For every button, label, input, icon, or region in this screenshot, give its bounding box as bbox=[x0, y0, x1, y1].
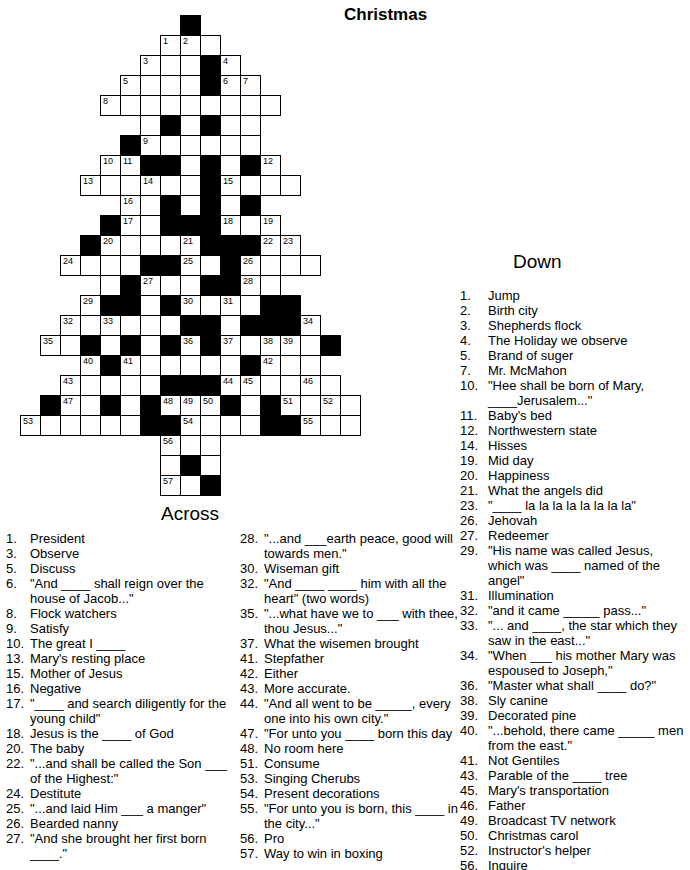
grid-cell[interactable] bbox=[200, 255, 221, 276]
grid-cell[interactable] bbox=[320, 375, 341, 396]
clue-item: 28."...and ___earth peace, good will tow… bbox=[240, 531, 458, 561]
grid-cell[interactable] bbox=[200, 135, 221, 156]
grid-cell[interactable]: 19 bbox=[260, 215, 281, 236]
clue-number: 57. bbox=[240, 846, 264, 861]
clue-number: 26. bbox=[6, 816, 30, 831]
grid-cell-black bbox=[200, 375, 221, 396]
clue-item: 5.Discuss bbox=[6, 561, 236, 576]
grid-cell[interactable] bbox=[180, 175, 201, 196]
clue-item: 3.Observe bbox=[6, 546, 236, 561]
grid-cell[interactable]: 17 bbox=[120, 215, 141, 236]
clue-number: 37. bbox=[240, 636, 264, 651]
grid-cell[interactable] bbox=[160, 235, 181, 256]
clue-item: 50.Christmas carol bbox=[460, 828, 686, 843]
clue-text: Way to win in boxing bbox=[264, 846, 458, 861]
grid-cell[interactable]: 31 bbox=[220, 295, 241, 316]
clue-number: 16. bbox=[6, 681, 30, 696]
clue-number: 3. bbox=[6, 546, 30, 561]
grid-cell[interactable]: 23 bbox=[280, 235, 301, 256]
clue-number: 10. bbox=[460, 378, 488, 408]
grid-cell[interactable] bbox=[140, 115, 161, 136]
clue-item: 3.Shepherds flock bbox=[460, 318, 686, 333]
grid-cell[interactable] bbox=[260, 255, 281, 276]
grid-cell[interactable] bbox=[140, 295, 161, 316]
clue-number: 33. bbox=[460, 618, 488, 648]
clue-number: 2. bbox=[460, 303, 488, 318]
clue-item: 18.Jesus is the ____ of God bbox=[6, 726, 236, 741]
grid-cell[interactable]: 37 bbox=[220, 335, 241, 356]
grid-cell[interactable]: 35 bbox=[40, 335, 61, 356]
grid-cell-black bbox=[160, 415, 181, 436]
grid-cell[interactable]: 5 bbox=[120, 75, 141, 96]
grid-cell[interactable] bbox=[240, 335, 261, 356]
clue-item: 30.Wiseman gift bbox=[240, 561, 458, 576]
grid-cell[interactable] bbox=[220, 195, 241, 216]
clue-number: 38. bbox=[460, 693, 488, 708]
clue-item: 1.Jump bbox=[460, 288, 686, 303]
grid-cell[interactable] bbox=[140, 195, 161, 216]
grid-cell[interactable] bbox=[260, 275, 281, 296]
clue-number: 10. bbox=[6, 636, 30, 651]
grid-cell[interactable]: 2 bbox=[180, 35, 201, 56]
grid-cell[interactable] bbox=[140, 375, 161, 396]
grid-cell-black bbox=[80, 335, 101, 356]
clue-number: 56. bbox=[240, 831, 264, 846]
grid-cell[interactable]: 34 bbox=[300, 315, 321, 336]
clue-item: 41.Stepfather bbox=[240, 651, 458, 666]
clue-number: 41. bbox=[240, 651, 264, 666]
cell-number: 44 bbox=[223, 376, 233, 386]
clue-item: 1.President bbox=[6, 531, 236, 546]
grid-cell[interactable] bbox=[240, 295, 261, 316]
grid-cell[interactable] bbox=[200, 435, 221, 456]
grid-cell-black bbox=[240, 235, 261, 256]
clue-text: Parable of the ____ tree bbox=[488, 768, 686, 783]
grid-cell[interactable]: 53 bbox=[20, 415, 41, 436]
grid-cell-black bbox=[240, 195, 261, 216]
puzzle-grid: 1234567891011121314151617181920212223242… bbox=[20, 15, 361, 496]
grid-cell[interactable]: 26 bbox=[240, 255, 261, 276]
clue-text: Wiseman gift bbox=[264, 561, 458, 576]
grid-cell[interactable] bbox=[140, 335, 161, 356]
grid-cell[interactable]: 32 bbox=[60, 315, 81, 336]
grid-cell[interactable] bbox=[320, 415, 341, 436]
grid-cell-black bbox=[160, 335, 181, 356]
grid-cell-black bbox=[160, 115, 181, 136]
clue-number: 20. bbox=[460, 468, 488, 483]
clue-item: 24.Destitute bbox=[6, 786, 236, 801]
grid-cell[interactable] bbox=[80, 395, 101, 416]
grid-cell[interactable] bbox=[120, 395, 141, 416]
grid-cell-black bbox=[180, 455, 201, 476]
grid-cell[interactable] bbox=[120, 175, 141, 196]
grid-cell[interactable]: 15 bbox=[220, 175, 241, 196]
grid-cell[interactable] bbox=[180, 275, 201, 296]
clue-item: 51.Consume bbox=[240, 756, 458, 771]
grid-cell[interactable]: 16 bbox=[120, 195, 141, 216]
grid-cell[interactable] bbox=[80, 255, 101, 276]
grid-cell[interactable] bbox=[240, 115, 261, 136]
grid-cell[interactable]: 18 bbox=[220, 215, 241, 236]
clue-text: Inquire bbox=[488, 858, 686, 870]
grid-cell[interactable] bbox=[180, 435, 201, 456]
grid-cell[interactable] bbox=[180, 135, 201, 156]
grid-cell[interactable]: 47 bbox=[60, 395, 81, 416]
grid-cell[interactable] bbox=[40, 415, 61, 436]
grid-cell[interactable] bbox=[160, 315, 181, 336]
grid-cell-black bbox=[200, 475, 221, 496]
clue-text: Jehovah bbox=[488, 513, 686, 528]
grid-cell[interactable] bbox=[160, 75, 181, 96]
clue-text: "____ la la la la la la la la" bbox=[488, 498, 686, 513]
grid-cell[interactable] bbox=[80, 415, 101, 436]
grid-cell[interactable] bbox=[160, 135, 181, 156]
grid-cell[interactable] bbox=[220, 355, 241, 376]
grid-cell[interactable]: 7 bbox=[240, 75, 261, 96]
clue-item: 47."For unto you ____ born this day bbox=[240, 726, 458, 741]
clue-text: President bbox=[30, 531, 236, 546]
grid-cell[interactable] bbox=[160, 55, 181, 76]
grid-cell[interactable] bbox=[180, 75, 201, 96]
clue-item: 27."And she brought her first born ____.… bbox=[6, 831, 236, 861]
grid-cell[interactable] bbox=[120, 95, 141, 116]
clue-text: Mary's transportation bbox=[488, 783, 686, 798]
grid-cell[interactable] bbox=[180, 115, 201, 136]
grid-cell[interactable] bbox=[280, 355, 301, 376]
clue-text: "For unto you is born, this ____ in the … bbox=[264, 801, 458, 831]
grid-cell[interactable] bbox=[180, 55, 201, 76]
grid-cell[interactable]: 42 bbox=[260, 355, 281, 376]
grid-cell[interactable]: 8 bbox=[100, 95, 121, 116]
grid-cell[interactable]: 10 bbox=[100, 155, 121, 176]
clue-text: Mr. McMahon bbox=[488, 363, 686, 378]
grid-cell[interactable] bbox=[260, 95, 281, 116]
cell-number: 38 bbox=[263, 336, 273, 346]
clue-text: "And ____ shall reign over the house of … bbox=[30, 576, 236, 606]
grid-cell[interactable] bbox=[300, 395, 321, 416]
clue-text: "And ____ ____ him with all the heart" (… bbox=[264, 576, 458, 606]
grid-cell[interactable] bbox=[160, 455, 181, 476]
grid-cell[interactable]: 48 bbox=[160, 395, 181, 416]
clue-text: "...and ___earth peace, good will toward… bbox=[264, 531, 458, 561]
clue-item: 46.Father bbox=[460, 798, 686, 813]
grid-cell[interactable] bbox=[180, 155, 201, 176]
cell-number: 41 bbox=[123, 356, 133, 366]
grid-cell-black bbox=[120, 275, 141, 296]
clue-number: 19. bbox=[460, 453, 488, 468]
grid-cell[interactable]: 56 bbox=[160, 435, 181, 456]
grid-cell[interactable] bbox=[180, 195, 201, 216]
grid-cell[interactable]: 55 bbox=[300, 415, 321, 436]
cell-number: 8 bbox=[103, 96, 108, 106]
clue-text: Mid day bbox=[488, 453, 686, 468]
clue-text: Sly canine bbox=[488, 693, 686, 708]
clue-item: 13.Mary's resting place bbox=[6, 651, 236, 666]
grid-cell[interactable] bbox=[120, 315, 141, 336]
grid-cell-black bbox=[240, 315, 261, 336]
grid-cell[interactable] bbox=[140, 235, 161, 256]
clue-number: 35. bbox=[240, 606, 264, 636]
cell-number: 31 bbox=[223, 296, 233, 306]
grid-cell[interactable]: 22 bbox=[260, 235, 281, 256]
grid-cell[interactable] bbox=[100, 255, 121, 276]
clue-number: 5. bbox=[6, 561, 30, 576]
grid-cell[interactable]: 13 bbox=[80, 175, 101, 196]
grid-cell[interactable]: 6 bbox=[220, 75, 241, 96]
grid-cell-black bbox=[200, 215, 221, 236]
clue-text: "And she brought her first born ____." bbox=[30, 831, 236, 861]
clue-number: 49. bbox=[460, 813, 488, 828]
clue-item: 27.Redeemer bbox=[460, 528, 686, 543]
clue-text: The baby bbox=[30, 741, 236, 756]
grid-cell[interactable]: 36 bbox=[180, 335, 201, 356]
grid-cell[interactable]: 41 bbox=[120, 355, 141, 376]
clue-item: 17."____ and search diligently for the y… bbox=[6, 696, 236, 726]
grid-cell[interactable]: 25 bbox=[180, 255, 201, 276]
grid-cell[interactable] bbox=[200, 415, 221, 436]
cell-number: 34 bbox=[303, 316, 313, 326]
grid-cell[interactable] bbox=[140, 95, 161, 116]
grid-cell[interactable] bbox=[240, 95, 261, 116]
grid-cell[interactable] bbox=[60, 335, 81, 356]
grid-cell[interactable] bbox=[240, 175, 261, 196]
clue-number: 12. bbox=[460, 423, 488, 438]
grid-cell-black bbox=[160, 195, 181, 216]
clue-number: 31. bbox=[460, 588, 488, 603]
clue-text: The great I ____ bbox=[30, 636, 236, 651]
grid-cell[interactable] bbox=[220, 135, 241, 156]
grid-cell[interactable] bbox=[100, 375, 121, 396]
grid-cell[interactable] bbox=[180, 475, 201, 496]
grid-cell[interactable]: 40 bbox=[80, 355, 101, 376]
clue-text: Decorated pine bbox=[488, 708, 686, 723]
grid-cell[interactable] bbox=[180, 95, 201, 116]
clue-number: 11. bbox=[460, 408, 488, 423]
grid-cell[interactable] bbox=[300, 255, 321, 276]
grid-cell[interactable] bbox=[280, 375, 301, 396]
clue-text: Not Gentiles bbox=[488, 753, 686, 768]
grid-cell[interactable]: 20 bbox=[100, 235, 121, 256]
grid-cell[interactable] bbox=[260, 175, 281, 196]
grid-cell[interactable] bbox=[60, 415, 81, 436]
clue-number: 17. bbox=[6, 696, 30, 726]
grid-cell[interactable] bbox=[80, 375, 101, 396]
grid-cell[interactable]: 14 bbox=[140, 175, 161, 196]
grid-cell[interactable] bbox=[180, 355, 201, 376]
grid-cell[interactable]: 43 bbox=[60, 375, 81, 396]
clue-text: No room here bbox=[264, 741, 458, 756]
clue-item: 7.Mr. McMahon bbox=[460, 363, 686, 378]
clue-number: 9. bbox=[6, 621, 30, 636]
clue-item: 56.Inquire bbox=[460, 858, 686, 870]
grid-cell[interactable] bbox=[200, 35, 221, 56]
grid-cell[interactable] bbox=[200, 295, 221, 316]
cell-number: 39 bbox=[283, 336, 293, 346]
clue-text: "and it came _____ pass..." bbox=[488, 603, 686, 618]
cell-number: 11 bbox=[123, 156, 132, 166]
grid-cell[interactable]: 39 bbox=[280, 335, 301, 356]
grid-cell[interactable] bbox=[240, 415, 261, 436]
grid-cell[interactable] bbox=[100, 275, 121, 296]
clue-number: 55. bbox=[240, 801, 264, 831]
grid-cell[interactable] bbox=[120, 375, 141, 396]
grid-cell[interactable] bbox=[100, 415, 121, 436]
grid-cell[interactable] bbox=[200, 95, 221, 116]
grid-cell[interactable] bbox=[340, 395, 361, 416]
grid-cell[interactable]: 33 bbox=[100, 315, 121, 336]
clue-number: 14. bbox=[460, 438, 488, 453]
grid-cell[interactable] bbox=[160, 355, 181, 376]
clue-number: 32. bbox=[460, 603, 488, 618]
clue-number: 26. bbox=[460, 513, 488, 528]
clue-item: 25."...and laid Him ___ a manger" bbox=[6, 801, 236, 816]
grid-cell[interactable] bbox=[140, 215, 161, 236]
grid-cell[interactable]: 11 bbox=[120, 155, 141, 176]
cell-number: 12 bbox=[263, 156, 273, 166]
clue-text: Hisses bbox=[488, 438, 686, 453]
grid-cell[interactable]: 29 bbox=[80, 295, 101, 316]
grid-cell-black bbox=[200, 115, 221, 136]
grid-cell[interactable]: 49 bbox=[180, 395, 201, 416]
cell-number: 57 bbox=[163, 476, 173, 486]
clue-number: 54. bbox=[240, 786, 264, 801]
across-clues-column-2: 28."...and ___earth peace, good will tow… bbox=[240, 531, 458, 861]
grid-cell[interactable]: 28 bbox=[240, 275, 261, 296]
grid-cell[interactable] bbox=[140, 355, 161, 376]
cell-number: 7 bbox=[243, 76, 248, 86]
clue-text: Father bbox=[488, 798, 686, 813]
clue-text: Discuss bbox=[30, 561, 236, 576]
clue-item: 43.Parable of the ____ tree bbox=[460, 768, 686, 783]
grid-cell[interactable] bbox=[100, 335, 121, 356]
grid-cell-black bbox=[280, 415, 301, 436]
grid-cell[interactable]: 54 bbox=[180, 415, 201, 436]
grid-cell[interactable]: 4 bbox=[220, 55, 241, 76]
crossword-page: Christmas 123456789101112131415161718192… bbox=[0, 0, 690, 870]
grid-cell[interactable] bbox=[120, 255, 141, 276]
grid-cell[interactable] bbox=[80, 315, 101, 336]
cell-number: 22 bbox=[263, 236, 273, 246]
grid-cell-black bbox=[200, 275, 221, 296]
grid-cell-black bbox=[260, 395, 281, 416]
grid-cell[interactable] bbox=[240, 135, 261, 156]
clue-item: 49.Broadcast TV network bbox=[460, 813, 686, 828]
grid-cell-black bbox=[200, 195, 221, 216]
grid-cell[interactable] bbox=[220, 315, 241, 336]
grid-cell[interactable] bbox=[120, 415, 141, 436]
cell-number: 42 bbox=[263, 356, 273, 366]
clue-text: Present decorations bbox=[264, 786, 458, 801]
clue-number: 53. bbox=[240, 771, 264, 786]
clue-number: 29. bbox=[460, 543, 488, 588]
grid-cell[interactable] bbox=[220, 415, 241, 436]
grid-cell[interactable] bbox=[160, 95, 181, 116]
cell-number: 35 bbox=[43, 336, 53, 346]
cell-number: 27 bbox=[143, 276, 153, 286]
clue-text: "...and laid Him ___ a manger" bbox=[30, 801, 236, 816]
grid-cell-black bbox=[260, 295, 281, 316]
clue-text: Northwestern state bbox=[488, 423, 686, 438]
clue-number: 13. bbox=[6, 651, 30, 666]
grid-cell[interactable] bbox=[280, 175, 301, 196]
grid-cell-black bbox=[100, 395, 121, 416]
grid-cell[interactable] bbox=[220, 155, 241, 176]
grid-cell[interactable] bbox=[260, 375, 281, 396]
grid-cell[interactable]: 24 bbox=[60, 255, 81, 276]
clue-number: 51. bbox=[240, 756, 264, 771]
clue-item: 29."His name was called Jesus, which was… bbox=[460, 543, 686, 588]
clue-number: 22. bbox=[6, 756, 30, 786]
grid-cell[interactable] bbox=[300, 355, 321, 376]
grid-cell[interactable]: 21 bbox=[180, 235, 201, 256]
clue-number: 23. bbox=[460, 498, 488, 513]
grid-cell[interactable]: 1 bbox=[160, 35, 181, 56]
grid-cell[interactable] bbox=[280, 255, 301, 276]
grid-cell[interactable]: 9 bbox=[140, 135, 161, 156]
grid-cell-black bbox=[200, 175, 221, 196]
grid-cell[interactable] bbox=[140, 75, 161, 96]
grid-cell[interactable]: 45 bbox=[240, 375, 261, 396]
clue-text: "Hee shall be born of Mary, ____Jerusale… bbox=[488, 378, 686, 408]
grid-cell[interactable] bbox=[120, 235, 141, 256]
grid-cell[interactable] bbox=[220, 115, 241, 136]
grid-cell[interactable] bbox=[340, 415, 361, 436]
grid-cell-black bbox=[240, 155, 261, 176]
grid-cell[interactable]: 57 bbox=[160, 475, 181, 496]
grid-cell-black bbox=[260, 315, 281, 336]
cell-number: 18 bbox=[223, 216, 233, 226]
clue-text: Observe bbox=[30, 546, 236, 561]
grid-cell[interactable]: 50 bbox=[200, 395, 221, 416]
grid-cell[interactable] bbox=[160, 175, 181, 196]
grid-cell-black bbox=[240, 355, 261, 376]
grid-cell[interactable] bbox=[200, 355, 221, 376]
cell-number: 26 bbox=[243, 256, 253, 266]
clue-item: 2.Birth city bbox=[460, 303, 686, 318]
grid-cell[interactable]: 52 bbox=[320, 395, 341, 416]
grid-cell[interactable] bbox=[100, 175, 121, 196]
grid-cell[interactable]: 27 bbox=[140, 275, 161, 296]
grid-cell[interactable]: 38 bbox=[260, 335, 281, 356]
grid-cell[interactable] bbox=[160, 275, 181, 296]
cell-number: 52 bbox=[323, 396, 333, 406]
clue-number: 40. bbox=[460, 723, 488, 753]
grid-cell[interactable]: 51 bbox=[280, 395, 301, 416]
clue-number: 42. bbox=[240, 666, 264, 681]
cell-number: 6 bbox=[223, 76, 228, 86]
grid-cell[interactable] bbox=[200, 455, 221, 476]
grid-cell[interactable]: 46 bbox=[300, 375, 321, 396]
grid-cell[interactable] bbox=[240, 395, 261, 416]
grid-cell[interactable]: 44 bbox=[220, 375, 241, 396]
grid-cell[interactable]: 3 bbox=[140, 55, 161, 76]
grid-cell[interactable] bbox=[240, 215, 261, 236]
cell-number: 24 bbox=[63, 256, 73, 266]
clue-number: 41. bbox=[460, 753, 488, 768]
clue-item: 14.Hisses bbox=[460, 438, 686, 453]
grid-cell[interactable] bbox=[140, 315, 161, 336]
grid-cell-black bbox=[200, 235, 221, 256]
grid-cell-black bbox=[180, 15, 201, 36]
grid-cell[interactable]: 30 bbox=[180, 295, 201, 316]
grid-cell[interactable] bbox=[300, 335, 321, 356]
cell-number: 15 bbox=[223, 176, 233, 186]
across-header: Across bbox=[161, 503, 219, 525]
clue-number: 52. bbox=[460, 843, 488, 858]
cell-number: 13 bbox=[83, 176, 93, 186]
grid-cell[interactable]: 12 bbox=[260, 155, 281, 176]
grid-cell[interactable] bbox=[220, 95, 241, 116]
